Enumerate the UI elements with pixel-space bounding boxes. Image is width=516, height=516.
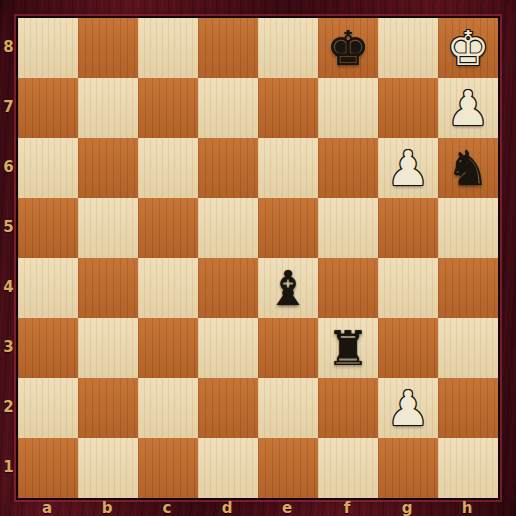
square-g1[interactable] (378, 438, 438, 498)
square-d3[interactable] (198, 318, 258, 378)
square-h8[interactable]: ♚ (438, 18, 498, 78)
square-e3[interactable] (258, 318, 318, 378)
square-c3[interactable] (138, 318, 198, 378)
square-g8[interactable] (378, 18, 438, 78)
file-label-h: h (437, 499, 497, 516)
square-e8[interactable] (258, 18, 318, 78)
square-e6[interactable] (258, 138, 318, 198)
square-e1[interactable] (258, 438, 318, 498)
white-pawn-piece[interactable]: ♟ (378, 138, 438, 198)
square-b3[interactable] (78, 318, 138, 378)
file-label-e: e (257, 499, 317, 516)
black-bishop-piece[interactable]: ♝ (258, 258, 318, 318)
square-g3[interactable] (378, 318, 438, 378)
white-king-piece[interactable]: ♚ (438, 18, 498, 78)
rank-label-1: 1 (0, 437, 17, 497)
square-h5[interactable] (438, 198, 498, 258)
square-c6[interactable] (138, 138, 198, 198)
rank-label-6: 6 (0, 137, 17, 197)
square-g6[interactable]: ♟ (378, 138, 438, 198)
file-label-g: g (377, 499, 437, 516)
file-label-d: d (197, 499, 257, 516)
rank-label-3: 3 (0, 317, 17, 377)
square-e2[interactable] (258, 378, 318, 438)
square-d6[interactable] (198, 138, 258, 198)
square-h2[interactable] (438, 378, 498, 438)
file-label-f: f (317, 499, 377, 516)
square-f8[interactable]: ♚ (318, 18, 378, 78)
square-d2[interactable] (198, 378, 258, 438)
square-e7[interactable] (258, 78, 318, 138)
square-b8[interactable] (78, 18, 138, 78)
square-f1[interactable] (318, 438, 378, 498)
file-label-a: a (17, 499, 77, 516)
square-d5[interactable] (198, 198, 258, 258)
square-h7[interactable]: ♟ (438, 78, 498, 138)
square-g5[interactable] (378, 198, 438, 258)
square-b4[interactable] (78, 258, 138, 318)
square-c5[interactable] (138, 198, 198, 258)
square-g2[interactable]: ♟ (378, 378, 438, 438)
white-pawn-piece[interactable]: ♟ (378, 378, 438, 438)
square-d1[interactable] (198, 438, 258, 498)
square-a4[interactable] (18, 258, 78, 318)
square-e4[interactable]: ♝ (258, 258, 318, 318)
square-a2[interactable] (18, 378, 78, 438)
square-c2[interactable] (138, 378, 198, 438)
square-c4[interactable] (138, 258, 198, 318)
rank-label-2: 2 (0, 377, 17, 437)
black-rook-piece[interactable]: ♜ (318, 318, 378, 378)
square-h3[interactable] (438, 318, 498, 378)
square-b7[interactable] (78, 78, 138, 138)
white-pawn-piece[interactable]: ♟ (438, 78, 498, 138)
square-d8[interactable] (198, 18, 258, 78)
square-a5[interactable] (18, 198, 78, 258)
square-g7[interactable] (378, 78, 438, 138)
square-a6[interactable] (18, 138, 78, 198)
rank-label-7: 7 (0, 77, 17, 137)
square-h4[interactable] (438, 258, 498, 318)
square-a1[interactable] (18, 438, 78, 498)
square-d7[interactable] (198, 78, 258, 138)
square-e5[interactable] (258, 198, 318, 258)
chess-board-frame: ♚♚♟♟♞♝♜♟ 87654321 abcdefgh (0, 0, 516, 516)
square-d4[interactable] (198, 258, 258, 318)
board: ♚♚♟♟♞♝♜♟ (17, 17, 499, 499)
square-a3[interactable] (18, 318, 78, 378)
square-b5[interactable] (78, 198, 138, 258)
square-a7[interactable] (18, 78, 78, 138)
rank-label-4: 4 (0, 257, 17, 317)
rank-label-8: 8 (0, 17, 17, 77)
square-f4[interactable] (318, 258, 378, 318)
square-g4[interactable] (378, 258, 438, 318)
black-knight-piece[interactable]: ♞ (438, 138, 498, 198)
square-a8[interactable] (18, 18, 78, 78)
square-h6[interactable]: ♞ (438, 138, 498, 198)
square-f3[interactable]: ♜ (318, 318, 378, 378)
square-b2[interactable] (78, 378, 138, 438)
square-h1[interactable] (438, 438, 498, 498)
square-c1[interactable] (138, 438, 198, 498)
square-f5[interactable] (318, 198, 378, 258)
square-b6[interactable] (78, 138, 138, 198)
black-king-piece[interactable]: ♚ (318, 18, 378, 78)
file-label-c: c (137, 499, 197, 516)
square-f6[interactable] (318, 138, 378, 198)
square-f7[interactable] (318, 78, 378, 138)
file-label-b: b (77, 499, 137, 516)
square-f2[interactable] (318, 378, 378, 438)
square-c8[interactable] (138, 18, 198, 78)
square-b1[interactable] (78, 438, 138, 498)
rank-label-5: 5 (0, 197, 17, 257)
square-c7[interactable] (138, 78, 198, 138)
